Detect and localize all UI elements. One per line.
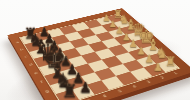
square-h8[interactable]: ♜ [56, 90, 79, 100]
chess-set-photo: ♜♟♟♜♞♟♟♞♝♟♟♝♛♟♟♛♚♟♟♚♝♟♟♝♞♟♟♞♜♟♟♜ 8765432… [0, 0, 190, 100]
piece-white-pawn[interactable]: ♟ [150, 62, 166, 73]
chess-board: ♜♟♟♜♞♟♟♞♝♟♟♝♛♟♟♛♚♟♟♚♝♟♟♝♞♟♟♞♜♟♟♜ 8765432… [7, 8, 190, 100]
piece-black-pawn[interactable]: ♟ [77, 81, 94, 95]
scene: ♜♟♟♜♞♟♟♞♝♟♟♝♛♟♟♛♚♟♟♚♝♟♟♝♞♟♟♞♜♟♟♜ 8765432… [0, 0, 190, 100]
piece-black-rook[interactable]: ♜ [61, 82, 78, 100]
